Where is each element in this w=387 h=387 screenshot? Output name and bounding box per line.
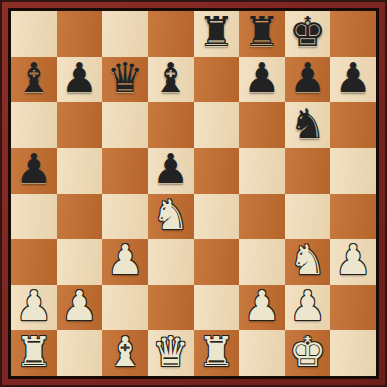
black-knight-icon: ♞ (289, 104, 326, 145)
white-knight-icon: ♞ (289, 240, 326, 281)
white-knight-icon: ♞ (152, 195, 189, 236)
square-g6[interactable]: ♞ (285, 102, 331, 148)
black-bishop-icon: ♝ (15, 58, 52, 99)
square-d3[interactable] (148, 239, 194, 285)
white-pawn-icon: ♟ (107, 240, 144, 281)
square-a8[interactable] (11, 11, 57, 57)
square-f2[interactable]: ♟ (239, 285, 285, 331)
square-f6[interactable] (239, 102, 285, 148)
square-e8[interactable]: ♜ (194, 11, 240, 57)
square-e7[interactable] (194, 57, 240, 103)
square-b5[interactable] (57, 148, 103, 194)
square-d8[interactable] (148, 11, 194, 57)
square-g7[interactable]: ♟ (285, 57, 331, 103)
square-f4[interactable] (239, 194, 285, 240)
white-pawn-icon: ♟ (335, 240, 372, 281)
square-h7[interactable]: ♟ (330, 57, 376, 103)
black-pawn-icon: ♟ (289, 58, 326, 99)
white-rook-icon: ♜ (198, 332, 235, 373)
square-d7[interactable]: ♝ (148, 57, 194, 103)
square-e4[interactable] (194, 194, 240, 240)
square-h1[interactable] (330, 330, 376, 376)
square-g1[interactable]: ♚ (285, 330, 331, 376)
black-pawn-icon: ♟ (15, 149, 52, 190)
square-h2[interactable] (330, 285, 376, 331)
black-rook-icon: ♜ (244, 12, 281, 53)
square-a1[interactable]: ♜ (11, 330, 57, 376)
square-c4[interactable] (102, 194, 148, 240)
square-c7[interactable]: ♛ (102, 57, 148, 103)
square-d5[interactable]: ♟ (148, 148, 194, 194)
black-pawn-icon: ♟ (335, 58, 372, 99)
black-rook-icon: ♜ (198, 12, 235, 53)
square-f8[interactable]: ♜ (239, 11, 285, 57)
square-b1[interactable] (57, 330, 103, 376)
square-f1[interactable] (239, 330, 285, 376)
black-pawn-icon: ♟ (244, 58, 281, 99)
square-h3[interactable]: ♟ (330, 239, 376, 285)
square-b6[interactable] (57, 102, 103, 148)
square-c5[interactable] (102, 148, 148, 194)
square-f3[interactable] (239, 239, 285, 285)
white-bishop-icon: ♝ (107, 332, 144, 373)
square-b2[interactable]: ♟ (57, 285, 103, 331)
square-g4[interactable] (285, 194, 331, 240)
square-a4[interactable] (11, 194, 57, 240)
square-a7[interactable]: ♝ (11, 57, 57, 103)
square-c1[interactable]: ♝ (102, 330, 148, 376)
square-f5[interactable] (239, 148, 285, 194)
square-e1[interactable]: ♜ (194, 330, 240, 376)
square-b4[interactable] (57, 194, 103, 240)
square-b7[interactable]: ♟ (57, 57, 103, 103)
square-e6[interactable] (194, 102, 240, 148)
square-h4[interactable] (330, 194, 376, 240)
white-pawn-icon: ♟ (61, 286, 98, 327)
square-a5[interactable]: ♟ (11, 148, 57, 194)
square-d6[interactable] (148, 102, 194, 148)
square-g5[interactable] (285, 148, 331, 194)
black-queen-icon: ♛ (107, 58, 144, 99)
square-h5[interactable] (330, 148, 376, 194)
chess-board: ♜♜♚♝♟♛♝♟♟♟♞♟♟♞♟♞♟♟♟♟♟♜♝♛♜♚ (8, 8, 379, 379)
square-c6[interactable] (102, 102, 148, 148)
square-g3[interactable]: ♞ (285, 239, 331, 285)
square-e3[interactable] (194, 239, 240, 285)
square-h8[interactable] (330, 11, 376, 57)
square-g2[interactable]: ♟ (285, 285, 331, 331)
square-a6[interactable] (11, 102, 57, 148)
square-b8[interactable] (57, 11, 103, 57)
square-b3[interactable] (57, 239, 103, 285)
square-g8[interactable]: ♚ (285, 11, 331, 57)
square-c2[interactable] (102, 285, 148, 331)
square-c3[interactable]: ♟ (102, 239, 148, 285)
square-a2[interactable]: ♟ (11, 285, 57, 331)
black-pawn-icon: ♟ (61, 58, 98, 99)
white-king-icon: ♚ (289, 332, 326, 373)
square-d2[interactable] (148, 285, 194, 331)
square-a3[interactable] (11, 239, 57, 285)
black-king-icon: ♚ (289, 12, 326, 53)
square-e2[interactable] (194, 285, 240, 331)
square-f7[interactable]: ♟ (239, 57, 285, 103)
white-queen-icon: ♛ (152, 332, 189, 373)
square-d1[interactable]: ♛ (148, 330, 194, 376)
black-bishop-icon: ♝ (152, 58, 189, 99)
white-rook-icon: ♜ (15, 332, 52, 373)
square-c8[interactable] (102, 11, 148, 57)
square-d4[interactable]: ♞ (148, 194, 194, 240)
square-e5[interactable] (194, 148, 240, 194)
board-frame: ♜♜♚♝♟♛♝♟♟♟♞♟♟♞♟♞♟♟♟♟♟♜♝♛♜♚ (0, 0, 387, 387)
black-pawn-icon: ♟ (152, 149, 189, 190)
white-pawn-icon: ♟ (289, 286, 326, 327)
white-pawn-icon: ♟ (15, 286, 52, 327)
square-h6[interactable] (330, 102, 376, 148)
white-pawn-icon: ♟ (244, 286, 281, 327)
